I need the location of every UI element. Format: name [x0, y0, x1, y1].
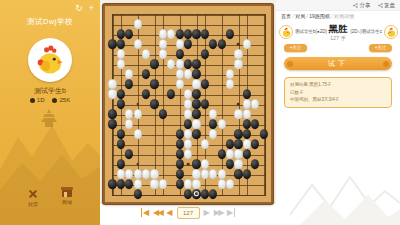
- medal-value: 25K: [59, 97, 70, 103]
- white-stone: [125, 119, 133, 129]
- white-stone: [150, 179, 158, 189]
- white-stone: [134, 39, 142, 49]
- sidebar-item-battle[interactable]: 对弈: [28, 189, 38, 207]
- move-navigation: ◀ ◀◀ ◀ 127 ▶ ▶▶ ▶: [103, 207, 273, 219]
- black-stone: [125, 179, 133, 189]
- black-stone: [192, 129, 200, 139]
- black-stone: [226, 159, 234, 169]
- black-stone: [218, 39, 226, 49]
- black-stone: [184, 119, 192, 129]
- shop-label: 商城: [62, 199, 72, 205]
- breadcrumb: 首页对局19路围棋对局详情: [281, 13, 354, 19]
- black-stone: [201, 99, 209, 109]
- white-stone: [201, 169, 209, 179]
- watermark-mountains: [290, 155, 400, 225]
- white-stone: [192, 169, 200, 179]
- white-stone: [176, 69, 184, 79]
- sidebar-item-shop[interactable]: 商城: [62, 189, 72, 207]
- black-stone: [117, 129, 125, 139]
- follow-white-button[interactable]: +关注: [369, 44, 392, 52]
- rank-value: 1D: [37, 97, 45, 103]
- black-stone: [150, 99, 158, 109]
- white-stone: [201, 159, 209, 169]
- white-stone: [234, 109, 242, 119]
- white-stone: [159, 39, 167, 49]
- board-area: ◀ ◀◀ ◀ 127 ▶ ▶▶ ▶: [100, 0, 276, 225]
- white-stone: [201, 139, 209, 149]
- crossed-swords-icon: [28, 189, 38, 199]
- breadcrumb-segment[interactable]: 19路围棋: [309, 13, 334, 19]
- white-stone: [184, 109, 192, 119]
- white-stone: [134, 109, 142, 119]
- black-stone: [117, 159, 125, 169]
- white-stone: [184, 69, 192, 79]
- black-stone: [150, 59, 158, 69]
- white-stone: [209, 109, 217, 119]
- chicken-icon: [386, 27, 397, 38]
- white-stone: [159, 29, 167, 39]
- white-stone: [108, 79, 116, 89]
- white-stone: [226, 179, 234, 189]
- white-stone: [108, 89, 116, 99]
- white-stone: [184, 139, 192, 149]
- white-stone: [134, 19, 142, 29]
- black-stone: [192, 59, 200, 69]
- go-board[interactable]: [103, 4, 273, 204]
- black-stone: [192, 69, 200, 79]
- share-link[interactable]: 分享: [353, 2, 371, 9]
- chicken-icon: [33, 43, 67, 77]
- last-move-button[interactable]: ▶: [227, 208, 235, 218]
- rank-badge-icon: [30, 98, 35, 103]
- white-stone: [134, 179, 142, 189]
- black-stone: [159, 109, 167, 119]
- white-stone: [192, 179, 200, 189]
- black-stone: [234, 129, 242, 139]
- move-number-box[interactable]: 127: [177, 207, 200, 219]
- school-name: 测试Dwj学校: [0, 17, 100, 27]
- black-stone: [184, 29, 192, 39]
- white-stone: [142, 169, 150, 179]
- white-stone: [192, 79, 200, 89]
- white-stone: [184, 89, 192, 99]
- try-move-button[interactable]: 试下: [284, 57, 392, 70]
- black-stone: [201, 49, 209, 59]
- black-stone: [184, 59, 192, 69]
- black-stone: [209, 39, 217, 49]
- black-stone: [192, 29, 200, 39]
- white-stone: [117, 59, 125, 69]
- white-stone: [251, 99, 259, 109]
- white-stone: [184, 149, 192, 159]
- result-info-box: 对局结果:黑胜1.75子已数子中国规则、黑贴3又3/4子: [284, 77, 392, 108]
- game-info-panel: 分享 复盘 首页对局19路围棋对局详情 测试学生b(●2D) 黑胜 127 手 …: [276, 0, 400, 225]
- black-stone: [243, 149, 251, 159]
- back-ten-button[interactable]: ◀◀: [153, 208, 162, 218]
- white-stone: [243, 139, 251, 149]
- white-stone: [150, 169, 158, 179]
- student-avatar[interactable]: [28, 38, 72, 82]
- white-stone: [142, 49, 150, 59]
- black-stone: [176, 159, 184, 169]
- star-point: [136, 163, 139, 166]
- black-stone: [142, 89, 150, 99]
- black-stone: [176, 29, 184, 39]
- black-stone: [117, 179, 125, 189]
- white-stone: [226, 69, 234, 79]
- white-stone: [184, 99, 192, 109]
- first-move-button[interactable]: ◀: [141, 208, 149, 218]
- refresh-icon[interactable]: ↻: [75, 4, 83, 13]
- black-stone: [209, 119, 217, 129]
- info-line: 中国规则、黑贴3又3/4子: [290, 96, 386, 104]
- black-stone: [125, 29, 133, 39]
- black-stone: [234, 139, 242, 149]
- black-stone: [176, 129, 184, 139]
- players-row: 测试学生b(●2D) 黑胜 127 手 (2D○)测试学生c +关注 +关注: [276, 20, 400, 56]
- breadcrumb-segment[interactable]: 首页: [281, 13, 295, 19]
- move-count: 127 手: [276, 35, 400, 42]
- black-stone: [243, 169, 251, 179]
- white-stone: [243, 39, 251, 49]
- white-stone: [234, 49, 242, 59]
- black-stone: [226, 29, 234, 39]
- black-stone: [108, 119, 116, 129]
- white-stone: [167, 29, 175, 39]
- white-stone: [167, 59, 175, 69]
- breadcrumb-segment[interactable]: 对局: [295, 13, 309, 19]
- black-stone: [251, 139, 259, 149]
- forward-ten-button[interactable]: ▶▶: [214, 208, 223, 218]
- black-stone: [243, 89, 251, 99]
- review-link[interactable]: 复盘: [378, 2, 396, 9]
- black-stone: [117, 39, 125, 49]
- white-stone: [209, 169, 217, 179]
- white-stone: [243, 109, 251, 119]
- black-stone: [108, 39, 116, 49]
- white-stone: [218, 179, 226, 189]
- black-stone: [125, 79, 133, 89]
- white-stone: [192, 119, 200, 129]
- white-stone: [117, 49, 125, 59]
- white-stone: [209, 129, 217, 139]
- white-stone: [117, 169, 125, 179]
- white-stone: [125, 169, 133, 179]
- share-icon: [353, 3, 358, 8]
- white-stone: [125, 69, 133, 79]
- black-stone: [176, 169, 184, 179]
- white-stone: [159, 179, 167, 189]
- white-stone: [226, 79, 234, 89]
- star-point: [187, 163, 190, 166]
- white-stone: [134, 169, 142, 179]
- black-stone: [108, 179, 116, 189]
- black-stone: [150, 79, 158, 89]
- white-stone: [134, 129, 142, 139]
- white-stone: [226, 149, 234, 159]
- white-stone: [176, 79, 184, 89]
- black-stone: [134, 189, 142, 199]
- white-player-name: (2D○)测试学生c: [350, 29, 382, 34]
- review-icon: [378, 3, 383, 8]
- breadcrumb-segment: 对局详情: [334, 13, 354, 19]
- black-stone: [184, 39, 192, 49]
- black-stone: [192, 99, 200, 109]
- black-stone: [176, 139, 184, 149]
- black-stone: [201, 29, 209, 39]
- info-line: 已数子: [290, 89, 386, 97]
- panel-top-bar: 分享 复盘: [276, 0, 400, 11]
- black-stone: [192, 89, 200, 99]
- white-stone: [243, 99, 251, 109]
- black-stone: [117, 99, 125, 109]
- black-stone: [192, 159, 200, 169]
- shop-icon: [62, 189, 72, 197]
- white-stone: [125, 109, 133, 119]
- student-stats: 1D 25K: [0, 97, 100, 103]
- black-stone: [117, 89, 125, 99]
- star-point: [237, 103, 240, 106]
- star-point: [136, 103, 139, 106]
- black-stone: [192, 109, 200, 119]
- black-stone: [251, 159, 259, 169]
- white-player-avatar[interactable]: [384, 25, 398, 39]
- black-stone: [218, 149, 226, 159]
- black-stone: [201, 79, 209, 89]
- white-stone: [218, 169, 226, 179]
- star-point: [237, 43, 240, 46]
- white-stone: [234, 59, 242, 69]
- black-stone: [260, 129, 268, 139]
- white-stone: [234, 149, 242, 159]
- black-stone: [184, 189, 192, 199]
- white-stone: [159, 49, 167, 59]
- black-stone: [142, 69, 150, 79]
- black-stone: [176, 149, 184, 159]
- black-stone: [234, 169, 242, 179]
- black-stone: [226, 139, 234, 149]
- follow-black-button[interactable]: +关注: [284, 44, 307, 52]
- black-stone: [243, 119, 251, 129]
- sidebar: ↻ + 测试Dwj学校 测试学生b 1D 25K 对弈 商城: [0, 0, 100, 225]
- forward-one-button[interactable]: ▶: [204, 208, 210, 218]
- back-one-button[interactable]: ◀: [166, 208, 172, 218]
- black-stone: [209, 189, 217, 199]
- white-stone: [176, 39, 184, 49]
- medal-icon: [52, 98, 57, 103]
- black-stone: [108, 109, 116, 119]
- black-stone: [117, 29, 125, 39]
- battle-label: 对弈: [28, 201, 38, 207]
- black-stone: [167, 89, 175, 99]
- black-stone: [176, 49, 184, 59]
- info-line: 对局结果:黑胜1.75子: [290, 81, 386, 89]
- white-stone: [184, 129, 192, 139]
- white-stone: [184, 179, 192, 189]
- black-stone: [117, 139, 125, 149]
- black-stone: [201, 189, 209, 199]
- black-stone: [192, 189, 200, 199]
- black-stone: [251, 119, 259, 129]
- student-name: 测试学生b: [0, 86, 100, 96]
- black-stone: [125, 149, 133, 159]
- black-stone: [176, 179, 184, 189]
- add-icon[interactable]: +: [89, 4, 94, 13]
- black-stone: [243, 129, 251, 139]
- white-stone: [176, 59, 184, 69]
- white-stone: [218, 119, 226, 129]
- white-stone: [234, 159, 242, 169]
